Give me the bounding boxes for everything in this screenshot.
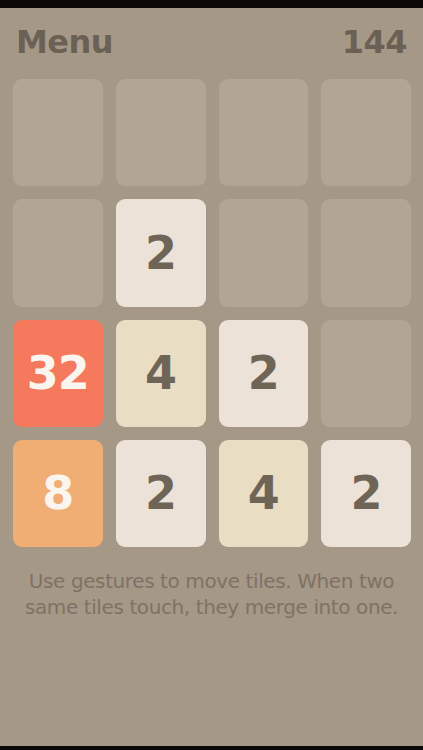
instructions-line-1: Use gestures to move tiles. When two [0,568,423,594]
tile-r2-c2: 2 [219,320,309,427]
tile-r3-c2: 4 [219,440,309,547]
tile-r3-c1: 2 [116,440,206,547]
tile-r0-c2 [219,79,309,186]
tile-r0-c0 [13,79,103,186]
tile-r2-c0: 32 [13,320,103,427]
tile-r0-c3 [321,79,411,186]
tile-r2-c3 [321,320,411,427]
instructions-text: Use gestures to move tiles. When two sam… [0,568,423,620]
tile-r0-c1 [116,79,206,186]
game-board[interactable]: 2 32 4 2 8 2 4 2 [13,79,411,547]
menu-button[interactable]: Menu [16,23,113,61]
tile-r1-c2 [219,199,309,306]
tile-r3-c3: 2 [321,440,411,547]
tile-r2-c1: 4 [116,320,206,427]
instructions-line-2: same tiles touch, they merge into one. [0,594,423,620]
bottom-black-bar [0,746,423,750]
header-bar: Menu 144 [0,8,423,76]
tile-r3-c0: 8 [13,440,103,547]
tile-r1-c0 [13,199,103,306]
tile-r1-c1: 2 [116,199,206,306]
score-value: 144 [342,23,407,61]
top-black-bar [0,0,423,8]
tile-r1-c3 [321,199,411,306]
app-screen: Menu 144 2 32 4 2 8 2 4 2 Use gestures t… [0,0,423,750]
